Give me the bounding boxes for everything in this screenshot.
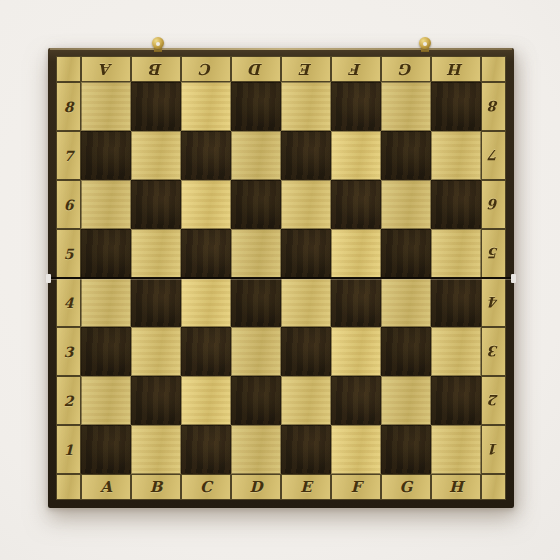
- file-label-text: E: [282, 57, 330, 81]
- rank-label-left-7: 7: [56, 131, 81, 180]
- square-a3[interactable]: [81, 327, 131, 376]
- rank-label-right-6: 6: [481, 180, 506, 229]
- square-f3[interactable]: [331, 327, 381, 376]
- square-d7[interactable]: [231, 131, 281, 180]
- square-e3[interactable]: [281, 327, 331, 376]
- rank-label-text: 2: [482, 377, 505, 424]
- file-label-text: C: [182, 475, 230, 499]
- frame-corner: [56, 474, 81, 500]
- rank-label-text: 6: [482, 181, 505, 228]
- square-c7[interactable]: [181, 131, 231, 180]
- square-b1[interactable]: [131, 425, 181, 474]
- file-label-text: B: [132, 475, 180, 499]
- square-h7[interactable]: [431, 131, 481, 180]
- rank-label-left-6: 6: [56, 180, 81, 229]
- frame-corner: [481, 56, 506, 82]
- square-h6[interactable]: [431, 180, 481, 229]
- file-label-text: A: [82, 475, 130, 499]
- square-e2[interactable]: [281, 376, 331, 425]
- rank-label-left-8: 8: [56, 82, 81, 131]
- rank-label-right-2: 2: [481, 376, 506, 425]
- file-label-bottom-b: B: [131, 474, 181, 500]
- square-e8[interactable]: [281, 82, 331, 131]
- square-d4[interactable]: [231, 278, 281, 327]
- square-g2[interactable]: [381, 376, 431, 425]
- file-label-bottom-a: A: [81, 474, 131, 500]
- file-label-text: D: [232, 475, 280, 499]
- square-g1[interactable]: [381, 425, 431, 474]
- file-label-bottom-e: E: [281, 474, 331, 500]
- rank-label-text: 7: [57, 132, 80, 179]
- square-h3[interactable]: [431, 327, 481, 376]
- rank-label-right-8: 8: [481, 82, 506, 131]
- file-label-bottom-g: G: [381, 474, 431, 500]
- rank-label-left-2: 2: [56, 376, 81, 425]
- rank-label-left-5: 5: [56, 229, 81, 278]
- square-c4[interactable]: [181, 278, 231, 327]
- square-a6[interactable]: [81, 180, 131, 229]
- rank-label-right-4: 4: [481, 278, 506, 327]
- square-g6[interactable]: [381, 180, 431, 229]
- square-b7[interactable]: [131, 131, 181, 180]
- file-label-bottom-d: D: [231, 474, 281, 500]
- photo-background: ABCDEFGH8877665544332211ABCDEFGH: [0, 0, 560, 560]
- square-d2[interactable]: [231, 376, 281, 425]
- square-a4[interactable]: [81, 278, 131, 327]
- rank-label-left-1: 1: [56, 425, 81, 474]
- hinge-notch-right: [511, 274, 516, 283]
- fold-seam: [48, 277, 514, 280]
- square-b2[interactable]: [131, 376, 181, 425]
- file-label-bottom-h: H: [431, 474, 481, 500]
- rank-label-text: 3: [482, 328, 505, 375]
- rank-label-text: 1: [57, 426, 80, 473]
- square-d5[interactable]: [231, 229, 281, 278]
- rank-label-right-7: 7: [481, 131, 506, 180]
- frame-corner: [56, 56, 81, 82]
- rank-label-text: 1: [482, 426, 505, 473]
- square-b4[interactable]: [131, 278, 181, 327]
- square-f2[interactable]: [331, 376, 381, 425]
- rank-label-text: 4: [57, 279, 80, 326]
- square-f6[interactable]: [331, 180, 381, 229]
- square-d8[interactable]: [231, 82, 281, 131]
- brass-clasp-left: [152, 37, 165, 51]
- file-label-top-f: F: [331, 56, 381, 82]
- square-h1[interactable]: [431, 425, 481, 474]
- file-label-top-h: H: [431, 56, 481, 82]
- square-g4[interactable]: [381, 278, 431, 327]
- rank-label-text: 2: [57, 377, 80, 424]
- rank-label-left-4: 4: [56, 278, 81, 327]
- rank-label-right-1: 1: [481, 425, 506, 474]
- rank-label-text: 8: [482, 83, 505, 130]
- file-label-top-e: E: [281, 56, 331, 82]
- square-a8[interactable]: [81, 82, 131, 131]
- square-e7[interactable]: [281, 131, 331, 180]
- rank-label-right-5: 5: [481, 229, 506, 278]
- square-f8[interactable]: [331, 82, 381, 131]
- square-e4[interactable]: [281, 278, 331, 327]
- rank-label-left-3: 3: [56, 327, 81, 376]
- rank-label-text: 5: [482, 230, 505, 277]
- square-e1[interactable]: [281, 425, 331, 474]
- square-c8[interactable]: [181, 82, 231, 131]
- brass-clasp-ring: [419, 37, 431, 49]
- chess-board: ABCDEFGH8877665544332211ABCDEFGH: [48, 48, 514, 508]
- file-label-text: E: [282, 475, 330, 499]
- square-g7[interactable]: [381, 131, 431, 180]
- square-b5[interactable]: [131, 229, 181, 278]
- file-label-text: D: [232, 57, 280, 81]
- square-c3[interactable]: [181, 327, 231, 376]
- file-label-top-g: G: [381, 56, 431, 82]
- square-b3[interactable]: [131, 327, 181, 376]
- file-label-top-c: C: [181, 56, 231, 82]
- square-f1[interactable]: [331, 425, 381, 474]
- brass-clasp-ring: [152, 37, 164, 49]
- file-label-text: H: [432, 57, 480, 81]
- rank-label-text: 5: [57, 230, 80, 277]
- square-d3[interactable]: [231, 327, 281, 376]
- file-label-text: G: [382, 475, 430, 499]
- square-b6[interactable]: [131, 180, 181, 229]
- file-label-top-a: A: [81, 56, 131, 82]
- file-label-text: C: [182, 57, 230, 81]
- square-h5[interactable]: [431, 229, 481, 278]
- square-c5[interactable]: [181, 229, 231, 278]
- file-label-text: F: [332, 57, 380, 81]
- file-label-top-d: D: [231, 56, 281, 82]
- file-label-top-b: B: [131, 56, 181, 82]
- square-g3[interactable]: [381, 327, 431, 376]
- square-f5[interactable]: [331, 229, 381, 278]
- frame-corner: [481, 474, 506, 500]
- square-h8[interactable]: [431, 82, 481, 131]
- rank-label-text: 7: [482, 132, 505, 179]
- square-a5[interactable]: [81, 229, 131, 278]
- rank-label-text: 4: [482, 279, 505, 326]
- square-d1[interactable]: [231, 425, 281, 474]
- brass-clasp-right: [419, 37, 432, 51]
- square-f7[interactable]: [331, 131, 381, 180]
- square-c6[interactable]: [181, 180, 231, 229]
- square-h4[interactable]: [431, 278, 481, 327]
- file-label-text: H: [432, 475, 480, 499]
- square-e5[interactable]: [281, 229, 331, 278]
- square-a2[interactable]: [81, 376, 131, 425]
- rank-label-text: 3: [57, 328, 80, 375]
- rank-label-text: 6: [57, 181, 80, 228]
- square-a7[interactable]: [81, 131, 131, 180]
- square-g8[interactable]: [381, 82, 431, 131]
- square-a1[interactable]: [81, 425, 131, 474]
- square-f4[interactable]: [331, 278, 381, 327]
- square-c2[interactable]: [181, 376, 231, 425]
- rank-label-right-3: 3: [481, 327, 506, 376]
- file-label-text: G: [382, 57, 430, 81]
- square-c1[interactable]: [181, 425, 231, 474]
- square-d6[interactable]: [231, 180, 281, 229]
- square-h2[interactable]: [431, 376, 481, 425]
- file-label-text: A: [82, 57, 130, 81]
- square-e6[interactable]: [281, 180, 331, 229]
- rank-label-text: 8: [57, 83, 80, 130]
- square-b8[interactable]: [131, 82, 181, 131]
- file-label-text: B: [132, 57, 180, 81]
- file-label-text: F: [332, 475, 380, 499]
- hinge-notch-left: [46, 274, 51, 283]
- square-g5[interactable]: [381, 229, 431, 278]
- file-label-bottom-f: F: [331, 474, 381, 500]
- file-label-bottom-c: C: [181, 474, 231, 500]
